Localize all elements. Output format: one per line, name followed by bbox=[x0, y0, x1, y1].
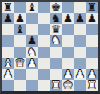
square-a1[interactable] bbox=[2, 80, 14, 91]
square-g7[interactable]: ♟ bbox=[74, 13, 86, 24]
square-f6[interactable] bbox=[62, 24, 74, 35]
black-pawn-piece[interactable]: ♟ bbox=[75, 13, 85, 24]
white-pawn-piece[interactable]: ♟ bbox=[27, 57, 37, 68]
square-b2[interactable] bbox=[14, 69, 26, 80]
square-h7[interactable]: ♟ bbox=[86, 13, 98, 24]
square-f1[interactable]: ♚ bbox=[62, 80, 74, 91]
white-pawn-piece[interactable]: ♟ bbox=[75, 68, 85, 79]
black-pawn-piece[interactable]: ♟ bbox=[63, 13, 73, 24]
square-g4[interactable] bbox=[74, 47, 86, 58]
square-h5[interactable] bbox=[86, 35, 98, 46]
square-b3[interactable]: ♛ bbox=[14, 58, 26, 69]
square-g2[interactable]: ♟ bbox=[74, 69, 86, 80]
square-d8[interactable] bbox=[38, 2, 50, 13]
square-d3[interactable] bbox=[38, 58, 50, 69]
chess-board: ♜♝♚♜♟♟♞♟♟♟♝♛♟♞♞♝♛♟♟♟♟♟♜♚♜ bbox=[2, 2, 98, 91]
square-e1[interactable]: ♜ bbox=[50, 80, 62, 91]
square-f4[interactable] bbox=[62, 47, 74, 58]
square-d6[interactable] bbox=[38, 24, 50, 35]
square-g1[interactable] bbox=[74, 80, 86, 91]
square-c1[interactable] bbox=[26, 80, 38, 91]
square-g5[interactable] bbox=[74, 35, 86, 46]
square-f7[interactable]: ♟ bbox=[62, 13, 74, 24]
square-b1[interactable] bbox=[14, 80, 26, 91]
white-king-piece[interactable]: ♚ bbox=[63, 79, 73, 90]
chess-board-frame: ♜♝♚♜♟♟♞♟♟♟♝♛♟♞♞♝♛♟♟♟♟♟♜♚♜ bbox=[0, 0, 100, 94]
white-queen-piece[interactable]: ♛ bbox=[15, 57, 25, 68]
square-e5[interactable]: ♞ bbox=[50, 35, 62, 46]
white-pawn-piece[interactable]: ♟ bbox=[3, 68, 13, 79]
square-h1[interactable]: ♜ bbox=[86, 80, 98, 91]
white-rook-piece[interactable]: ♜ bbox=[87, 79, 97, 90]
square-d2[interactable] bbox=[38, 69, 50, 80]
square-c8[interactable]: ♝ bbox=[26, 2, 38, 13]
black-pawn-piece[interactable]: ♟ bbox=[3, 13, 13, 24]
square-g6[interactable] bbox=[74, 24, 86, 35]
square-c7[interactable] bbox=[26, 13, 38, 24]
square-a2[interactable]: ♟ bbox=[2, 69, 14, 80]
square-b6[interactable]: ♝ bbox=[14, 24, 26, 35]
square-b5[interactable] bbox=[14, 35, 26, 46]
square-f5[interactable] bbox=[62, 35, 74, 46]
black-bishop-piece[interactable]: ♝ bbox=[15, 24, 25, 35]
square-a6[interactable] bbox=[2, 24, 14, 35]
square-d5[interactable] bbox=[38, 35, 50, 46]
square-e3[interactable] bbox=[50, 58, 62, 69]
white-knight-piece[interactable]: ♞ bbox=[51, 35, 61, 46]
square-e4[interactable] bbox=[50, 47, 62, 58]
square-h6[interactable] bbox=[86, 24, 98, 35]
black-bishop-piece[interactable]: ♝ bbox=[27, 2, 37, 13]
white-rook-piece[interactable]: ♜ bbox=[51, 79, 61, 90]
square-d1[interactable] bbox=[38, 80, 50, 91]
square-c3[interactable]: ♟ bbox=[26, 58, 38, 69]
square-a7[interactable]: ♟ bbox=[2, 13, 14, 24]
square-h4[interactable] bbox=[86, 47, 98, 58]
square-c2[interactable] bbox=[26, 69, 38, 80]
square-d7[interactable] bbox=[38, 13, 50, 24]
black-pawn-piece[interactable]: ♟ bbox=[87, 13, 97, 24]
square-a5[interactable] bbox=[2, 35, 14, 46]
square-d4[interactable] bbox=[38, 47, 50, 58]
